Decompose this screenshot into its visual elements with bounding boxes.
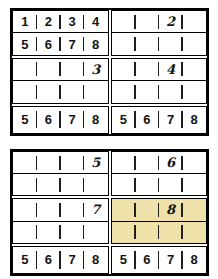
digit-cell: 7 — [84, 199, 108, 220]
empty-cell — [135, 199, 159, 220]
empty-cell — [112, 152, 136, 173]
empty-cell — [60, 199, 84, 220]
panel-top-band2-right: 4 — [111, 58, 208, 104]
digit-cell: 7 — [159, 107, 183, 133]
puzzle-board-top: 1234567823456785678 — [10, 8, 209, 136]
empty-cell — [112, 33, 136, 54]
empty-cell — [182, 174, 206, 195]
empty-cell — [60, 81, 84, 102]
empty-cell — [159, 81, 183, 102]
empty-cell — [37, 59, 61, 80]
digit-cell: 5 — [13, 107, 37, 133]
digit-cell: 4 — [84, 11, 108, 32]
empty-cell — [112, 174, 136, 195]
panel-top-band1-left: 12345678 — [12, 10, 109, 56]
panel-bottom-band3-left: 5678 — [12, 246, 109, 274]
digit-cell: 6 — [37, 33, 61, 54]
digit-cell: 1 — [13, 11, 37, 32]
digit-cell: 2 — [37, 11, 61, 32]
panel-bottom-band1-right: 6 — [111, 151, 208, 196]
empty-cell — [13, 81, 37, 102]
empty-cell — [182, 199, 206, 220]
row — [13, 80, 108, 102]
row — [112, 80, 207, 102]
row: 5678 — [112, 107, 207, 133]
row — [112, 32, 207, 54]
panel-bottom-band2-left: 7 — [12, 198, 109, 243]
empty-cell — [182, 11, 206, 32]
empty-cell — [60, 222, 84, 243]
panel-bottom-band2-right: 8 — [111, 198, 208, 243]
row — [112, 173, 207, 195]
empty-cell — [60, 174, 84, 195]
empty-cell — [13, 199, 37, 220]
digit-cell: 5 — [112, 107, 136, 133]
panel-bottom-band1-left: 5 — [12, 151, 109, 196]
panel-bottom-band3-right: 5678 — [111, 246, 208, 274]
digit-cell: 4 — [159, 59, 183, 80]
row: 5678 — [112, 247, 207, 273]
row: 7 — [13, 199, 108, 220]
panel-top-band3-right: 5678 — [111, 106, 208, 134]
puzzle-board-bottom: 567856785678 — [10, 149, 209, 276]
panel-top-band2-left: 3 — [12, 58, 109, 104]
digit-cell: 7 — [159, 247, 183, 273]
digit-cell: 8 — [84, 33, 108, 54]
empty-cell — [84, 174, 108, 195]
digit-cell: 5 — [13, 33, 37, 54]
empty-cell — [159, 33, 183, 54]
empty-cell — [13, 174, 37, 195]
panel-top-band3-left: 5678 — [12, 106, 109, 134]
empty-cell — [84, 81, 108, 102]
empty-cell — [112, 81, 136, 102]
puzzle-diagram: 1234567823456785678 567856785678 — [0, 0, 218, 279]
digit-cell: 8 — [182, 247, 206, 273]
row: 2 — [112, 11, 207, 32]
digit-cell: 5 — [112, 247, 136, 273]
empty-cell — [112, 222, 136, 243]
digit-cell: 3 — [84, 59, 108, 80]
digit-cell: 6 — [135, 107, 159, 133]
row: 3 — [13, 59, 108, 80]
row: 5678 — [13, 32, 108, 54]
empty-cell — [37, 222, 61, 243]
empty-cell — [112, 11, 136, 32]
row: 4 — [112, 59, 207, 80]
empty-cell — [112, 199, 136, 220]
empty-cell — [60, 59, 84, 80]
row: 1234 — [13, 11, 108, 32]
empty-cell — [182, 222, 206, 243]
empty-cell — [159, 222, 183, 243]
digit-cell: 7 — [60, 107, 84, 133]
empty-cell — [135, 222, 159, 243]
empty-cell — [37, 199, 61, 220]
empty-cell — [37, 174, 61, 195]
panel-top-band1-right: 2 — [111, 10, 208, 56]
empty-cell — [182, 152, 206, 173]
empty-cell — [84, 222, 108, 243]
row — [112, 221, 207, 243]
empty-cell — [135, 59, 159, 80]
empty-cell — [60, 152, 84, 173]
row: 5678 — [13, 107, 108, 133]
digit-cell: 7 — [60, 247, 84, 273]
empty-cell — [159, 174, 183, 195]
row: 6 — [112, 152, 207, 173]
empty-cell — [13, 59, 37, 80]
row: 8 — [112, 199, 207, 220]
empty-cell — [112, 59, 136, 80]
empty-cell — [135, 81, 159, 102]
row — [13, 173, 108, 195]
digit-cell: 6 — [37, 107, 61, 133]
row — [13, 221, 108, 243]
empty-cell — [182, 59, 206, 80]
empty-cell — [13, 222, 37, 243]
empty-cell — [135, 174, 159, 195]
empty-cell — [13, 152, 37, 173]
empty-cell — [37, 152, 61, 173]
digit-cell: 3 — [60, 11, 84, 32]
digit-cell: 2 — [159, 11, 183, 32]
empty-cell — [135, 33, 159, 54]
digit-cell: 8 — [159, 199, 183, 220]
digit-cell: 8 — [84, 247, 108, 273]
digit-cell: 8 — [84, 107, 108, 133]
empty-cell — [135, 11, 159, 32]
row: 5 — [13, 152, 108, 173]
digit-cell: 5 — [13, 247, 37, 273]
digit-cell: 6 — [159, 152, 183, 173]
empty-cell — [182, 81, 206, 102]
empty-cell — [182, 33, 206, 54]
digit-cell: 8 — [182, 107, 206, 133]
digit-cell: 7 — [60, 33, 84, 54]
empty-cell — [135, 152, 159, 173]
digit-cell: 5 — [84, 152, 108, 173]
digit-cell: 6 — [37, 247, 61, 273]
row: 5678 — [13, 247, 108, 273]
digit-cell: 6 — [135, 247, 159, 273]
empty-cell — [37, 81, 61, 102]
